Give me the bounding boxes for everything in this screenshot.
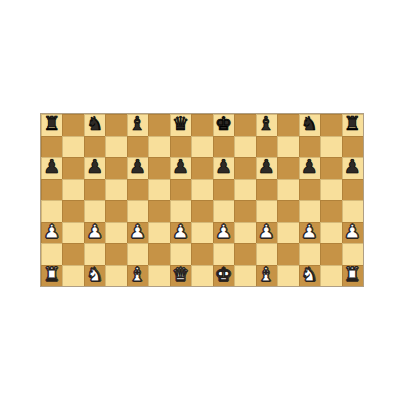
piece-white-pawn[interactable]: ♟ [301,222,318,241]
piece-white-pawn[interactable]: ♟ [172,222,189,241]
square-r6-c10[interactable] [234,222,255,244]
square-r8-c11[interactable]: ♝ [256,265,277,287]
square-r6-c7[interactable]: ♟ [170,222,191,244]
square-r2-c1[interactable] [41,136,62,158]
square-r8-c2[interactable] [62,265,83,287]
square-r7-c10[interactable] [234,243,255,265]
square-r2-c4[interactable] [105,136,126,158]
piece-white-king[interactable]: ♚ [215,265,232,284]
square-r3-c12[interactable] [277,157,298,179]
piece-black-knight[interactable]: ♞ [301,114,318,133]
square-r4-c4[interactable] [105,179,126,201]
square-r2-c6[interactable] [148,136,169,158]
square-r5-c4[interactable] [105,200,126,222]
piece-black-pawn[interactable]: ♟ [43,157,60,176]
square-r7-c8[interactable] [191,243,212,265]
square-r4-c1[interactable] [41,179,62,201]
square-r8-c4[interactable] [105,265,126,287]
square-r2-c11[interactable] [256,136,277,158]
piece-white-pawn[interactable]: ♟ [344,222,361,241]
piece-black-bishop[interactable]: ♝ [258,114,275,133]
square-r6-c8[interactable] [191,222,212,244]
square-r1-c6[interactable] [148,114,169,136]
square-r3-c10[interactable] [234,157,255,179]
square-r7-c6[interactable] [148,243,169,265]
piece-white-knight[interactable]: ♞ [86,265,103,284]
square-r5-c10[interactable] [234,200,255,222]
piece-black-pawn[interactable]: ♟ [86,157,103,176]
square-r7-c3[interactable] [84,243,105,265]
square-r4-c14[interactable] [320,179,341,201]
square-r5-c12[interactable] [277,200,298,222]
square-r3-c5[interactable]: ♟ [127,157,148,179]
piece-black-pawn[interactable]: ♟ [344,157,361,176]
piece-white-rook[interactable]: ♜ [43,265,60,284]
square-r1-c12[interactable] [277,114,298,136]
square-r7-c14[interactable] [320,243,341,265]
piece-black-pawn[interactable]: ♟ [215,157,232,176]
square-r4-c12[interactable] [277,179,298,201]
square-r2-c13[interactable] [299,136,320,158]
square-r5-c2[interactable] [62,200,83,222]
square-r7-c4[interactable] [105,243,126,265]
square-r3-c1[interactable]: ♟ [41,157,62,179]
square-r3-c6[interactable] [148,157,169,179]
square-r2-c9[interactable] [213,136,234,158]
square-r8-c15[interactable]: ♜ [342,265,363,287]
square-r5-c14[interactable] [320,200,341,222]
square-r8-c10[interactable] [234,265,255,287]
page-background: ♜♞♝♛♚♝♞♜♟♟♟♟♟♟♟♟♟♟♟♟♟♟♟♟♜♞♝♛♚♝♞♜ [0,0,402,402]
square-r6-c5[interactable]: ♟ [127,222,148,244]
square-r7-c13[interactable] [299,243,320,265]
piece-white-rook[interactable]: ♜ [344,265,361,284]
piece-black-pawn[interactable]: ♟ [258,157,275,176]
square-r3-c3[interactable]: ♟ [84,157,105,179]
piece-black-pawn[interactable]: ♟ [129,157,146,176]
piece-white-pawn[interactable]: ♟ [215,222,232,241]
piece-black-queen[interactable]: ♛ [172,114,189,133]
piece-white-pawn[interactable]: ♟ [129,222,146,241]
square-r3-c8[interactable] [191,157,212,179]
piece-black-pawn[interactable]: ♟ [301,157,318,176]
square-r1-c15[interactable]: ♜ [342,114,363,136]
square-r2-c3[interactable] [84,136,105,158]
piece-white-pawn[interactable]: ♟ [43,222,60,241]
square-r2-c10[interactable] [234,136,255,158]
square-r1-c7[interactable]: ♛ [170,114,191,136]
square-r6-c2[interactable] [62,222,83,244]
square-r7-c1[interactable] [41,243,62,265]
square-r8-c9[interactable]: ♚ [213,265,234,287]
square-r4-c11[interactable] [256,179,277,201]
piece-black-knight[interactable]: ♞ [86,114,103,133]
square-r1-c14[interactable] [320,114,341,136]
square-r4-c10[interactable] [234,179,255,201]
square-r5-c8[interactable] [191,200,212,222]
piece-white-bishop[interactable]: ♝ [129,265,146,284]
square-r1-c3[interactable]: ♞ [84,114,105,136]
square-r6-c15[interactable]: ♟ [342,222,363,244]
square-r6-c3[interactable]: ♟ [84,222,105,244]
square-r2-c12[interactable] [277,136,298,158]
square-r1-c4[interactable] [105,114,126,136]
square-r7-c5[interactable] [127,243,148,265]
square-r8-c5[interactable]: ♝ [127,265,148,287]
square-r4-c5[interactable] [127,179,148,201]
square-r4-c8[interactable] [191,179,212,201]
square-r8-c1[interactable]: ♜ [41,265,62,287]
square-r3-c11[interactable]: ♟ [256,157,277,179]
square-r6-c6[interactable] [148,222,169,244]
square-r1-c9[interactable]: ♚ [213,114,234,136]
square-r8-c14[interactable] [320,265,341,287]
square-r1-c10[interactable] [234,114,255,136]
square-r7-c12[interactable] [277,243,298,265]
square-r3-c2[interactable] [62,157,83,179]
piece-white-pawn[interactable]: ♟ [86,222,103,241]
piece-black-bishop[interactable]: ♝ [129,114,146,133]
square-r5-c6[interactable] [148,200,169,222]
piece-black-rook[interactable]: ♜ [43,114,60,133]
piece-black-king[interactable]: ♚ [215,114,232,133]
square-r5-c13[interactable] [299,200,320,222]
square-r5-c11[interactable] [256,200,277,222]
square-r3-c15[interactable]: ♟ [342,157,363,179]
square-r3-c14[interactable] [320,157,341,179]
square-r6-c14[interactable] [320,222,341,244]
piece-white-queen[interactable]: ♛ [172,265,189,284]
square-r4-c13[interactable] [299,179,320,201]
square-r5-c3[interactable] [84,200,105,222]
square-r1-c2[interactable] [62,114,83,136]
square-r7-c11[interactable] [256,243,277,265]
square-r1-c11[interactable]: ♝ [256,114,277,136]
square-r4-c6[interactable] [148,179,169,201]
piece-black-pawn[interactable]: ♟ [172,157,189,176]
square-r5-c1[interactable] [41,200,62,222]
square-r1-c13[interactable]: ♞ [299,114,320,136]
square-r8-c6[interactable] [148,265,169,287]
square-r6-c9[interactable]: ♟ [213,222,234,244]
square-r2-c7[interactable] [170,136,191,158]
square-r6-c11[interactable]: ♟ [256,222,277,244]
square-r6-c12[interactable] [277,222,298,244]
square-r7-c15[interactable] [342,243,363,265]
square-r8-c3[interactable]: ♞ [84,265,105,287]
square-r1-c1[interactable]: ♜ [41,114,62,136]
square-r4-c9[interactable] [213,179,234,201]
square-r4-c15[interactable] [342,179,363,201]
square-r5-c15[interactable] [342,200,363,222]
square-r5-c5[interactable] [127,200,148,222]
square-r7-c7[interactable] [170,243,191,265]
square-r2-c15[interactable] [342,136,363,158]
square-r4-c2[interactable] [62,179,83,201]
square-r2-c14[interactable] [320,136,341,158]
square-r1-c5[interactable]: ♝ [127,114,148,136]
square-r7-c9[interactable] [213,243,234,265]
chess-board: ♜♞♝♛♚♝♞♜♟♟♟♟♟♟♟♟♟♟♟♟♟♟♟♟♜♞♝♛♚♝♞♜ [40,113,364,287]
square-r8-c13[interactable]: ♞ [299,265,320,287]
square-r2-c2[interactable] [62,136,83,158]
square-r7-c2[interactable] [62,243,83,265]
square-r1-c8[interactable] [191,114,212,136]
square-r8-c8[interactable] [191,265,212,287]
piece-white-knight[interactable]: ♞ [301,265,318,284]
piece-black-rook[interactable]: ♜ [344,114,361,133]
square-r2-c5[interactable] [127,136,148,158]
square-r2-c8[interactable] [191,136,212,158]
square-r6-c4[interactable] [105,222,126,244]
square-r6-c1[interactable]: ♟ [41,222,62,244]
square-r3-c9[interactable]: ♟ [213,157,234,179]
square-r4-c7[interactable] [170,179,191,201]
square-r8-c7[interactable]: ♛ [170,265,191,287]
piece-white-bishop[interactable]: ♝ [258,265,275,284]
square-r3-c13[interactable]: ♟ [299,157,320,179]
square-r5-c7[interactable] [170,200,191,222]
square-r6-c13[interactable]: ♟ [299,222,320,244]
square-r3-c7[interactable]: ♟ [170,157,191,179]
square-r4-c3[interactable] [84,179,105,201]
square-r3-c4[interactable] [105,157,126,179]
square-r8-c12[interactable] [277,265,298,287]
piece-white-pawn[interactable]: ♟ [258,222,275,241]
square-r5-c9[interactable] [213,200,234,222]
